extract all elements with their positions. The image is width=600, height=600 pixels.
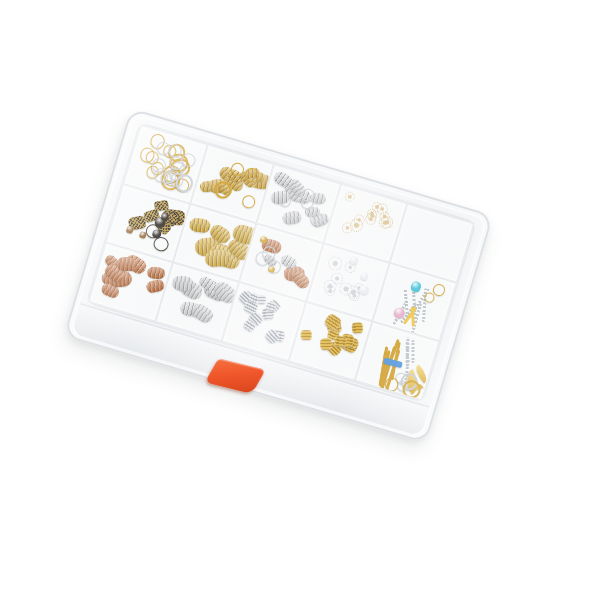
silver-charm-item [328, 256, 343, 271]
crown-charm-item [343, 190, 357, 204]
silver-chain-item [411, 340, 414, 363]
compartment-tray [86, 122, 477, 403]
gold-coil-item [320, 338, 333, 350]
gold-coil-item [301, 330, 312, 340]
silver-coil-item [257, 295, 267, 304]
clear-bead-item [360, 272, 369, 281]
bronze-bell-item [139, 231, 147, 239]
product-photo-scene [0, 0, 600, 600]
storage-box [63, 108, 493, 444]
silver-cuff-item [281, 209, 302, 225]
copper-carved-tube-item [146, 266, 165, 280]
silver-carved-tube-item [189, 302, 215, 326]
gold-ring-item [240, 194, 256, 210]
page: { "meta": { "description": "Overhead pro… [0, 0, 600, 600]
gold-coil-item [351, 322, 363, 333]
gold-carved-tube-item [188, 217, 211, 234]
copper-carved-tube-item [116, 256, 137, 271]
